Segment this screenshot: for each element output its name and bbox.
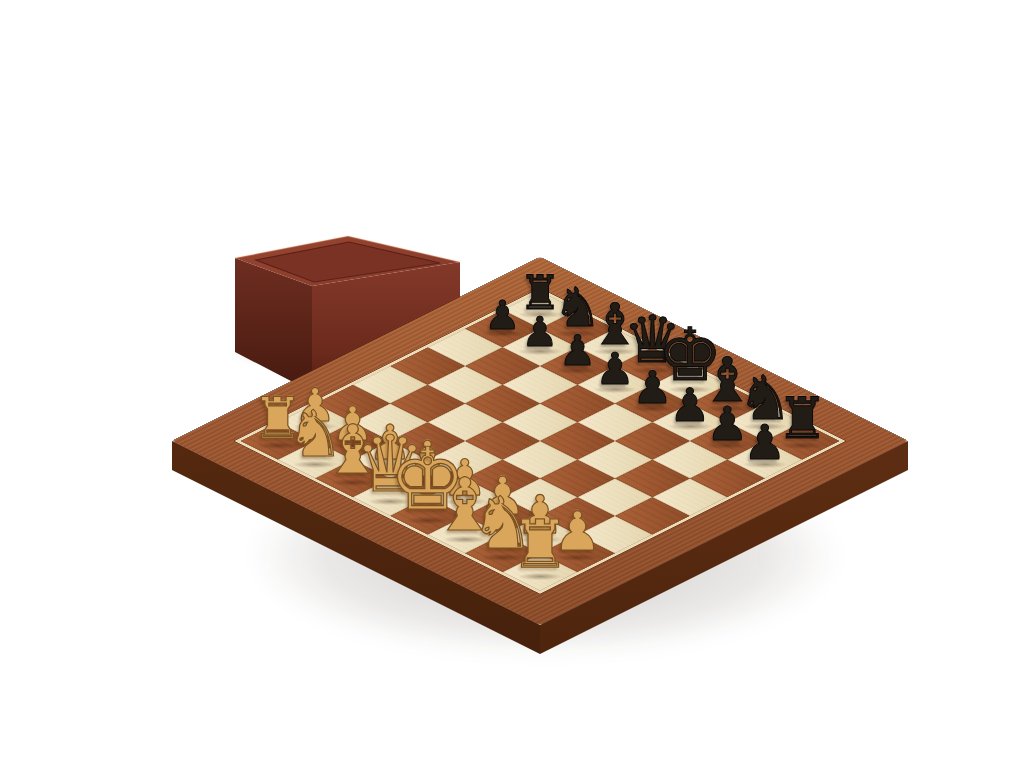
black-pawn-h7[interactable]: ♟ [720,418,810,466]
scene: ♜♞♝♛♚♝♞♜♟♟♟♟♟♟♟♟♟♟♟♟♟♟♟♟♜♞♝♛♚♝♞♜ [0,0,1024,768]
white-rook-h1[interactable]: ♜ [495,512,585,578]
pieces-layer: ♜♞♝♛♚♝♞♜♟♟♟♟♟♟♟♟♟♟♟♟♟♟♟♟♜♞♝♛♚♝♞♜ [0,0,1024,768]
